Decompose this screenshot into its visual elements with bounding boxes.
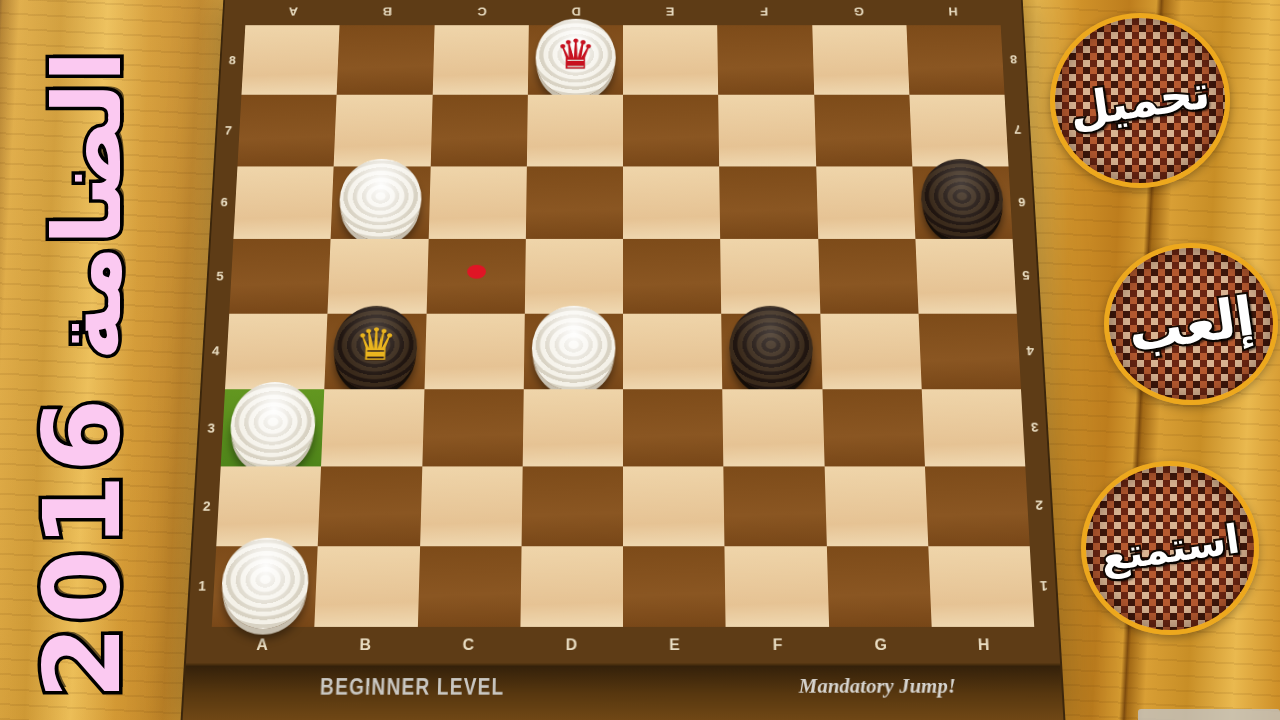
square-h6[interactable]	[912, 166, 1012, 239]
square-g5[interactable]	[818, 239, 919, 313]
square-h3[interactable]	[921, 389, 1025, 467]
king-crown-icon: ♛	[555, 34, 596, 75]
square-a1[interactable]	[212, 546, 318, 627]
file-label-bottom-e: E	[623, 637, 726, 654]
rank-label-right-8: 8	[1001, 25, 1027, 95]
square-d2[interactable]	[521, 467, 623, 546]
square-e7[interactable]	[623, 95, 719, 166]
white-man-a3[interactable]	[228, 382, 317, 469]
board-frame: ABCDEFGH 87654321 ♛♛ 87654321 ABCDEFGH B…	[180, 0, 1066, 720]
square-c3[interactable]	[422, 389, 524, 467]
square-h4[interactable]	[918, 313, 1021, 389]
square-e3[interactable]	[623, 389, 724, 467]
square-b6[interactable]	[331, 166, 430, 239]
download-button[interactable]: تحميل	[1050, 13, 1230, 188]
square-c2[interactable]	[420, 467, 523, 546]
download-button-label: تحميل	[1066, 64, 1213, 137]
square-f8[interactable]	[717, 25, 813, 95]
file-label-bottom-g: G	[829, 637, 933, 654]
checkers-board-3d: ABCDEFGH 87654321 ♛♛ 87654321 ABCDEFGH B…	[180, 0, 1066, 720]
app-title-arabic: الضامة	[10, 31, 165, 381]
square-h5[interactable]	[915, 239, 1017, 313]
file-label-top-f: F	[717, 5, 811, 18]
mandatory-jump-label: Mandatory Jump!	[798, 674, 956, 698]
square-f5[interactable]	[720, 239, 819, 313]
file-label-bottom-d: D	[520, 637, 623, 654]
file-label-bottom-h: H	[932, 637, 1036, 654]
file-labels-top: ABCDEFGH	[224, 0, 1023, 25]
black-king-b4[interactable]: ♛	[332, 306, 418, 391]
play-button-label: إلعب	[1124, 284, 1258, 364]
square-a2[interactable]	[216, 467, 321, 546]
file-label-top-e: E	[623, 5, 717, 18]
square-a6[interactable]	[233, 166, 333, 239]
square-a8[interactable]	[241, 25, 339, 95]
white-man-a1[interactable]	[220, 538, 311, 629]
square-h8[interactable]	[906, 25, 1004, 95]
black-man-f4[interactable]	[729, 306, 814, 391]
square-f4[interactable]	[721, 313, 822, 389]
square-d7[interactable]	[527, 95, 623, 166]
play-button[interactable]: إلعب	[1104, 243, 1278, 405]
rank-label-right-1: 1	[1030, 546, 1058, 627]
square-d5[interactable]	[525, 239, 623, 313]
board-grid: ♛♛	[212, 25, 1034, 627]
enjoy-button-label: استمتع	[1098, 515, 1243, 580]
rank-label-right-7: 7	[1005, 95, 1031, 166]
board-front-face: BEGINNER LEVEL Mandatory Jump!	[182, 664, 1064, 720]
square-c5[interactable]	[426, 239, 525, 313]
file-label-top-h: H	[905, 5, 1000, 18]
square-h7[interactable]	[909, 95, 1008, 166]
square-e5[interactable]	[623, 239, 721, 313]
enjoy-button[interactable]: استمتع	[1081, 461, 1259, 635]
square-g1[interactable]	[826, 546, 931, 627]
square-f6[interactable]	[719, 166, 817, 239]
file-label-top-g: G	[811, 5, 906, 18]
square-d1[interactable]	[520, 546, 623, 627]
square-e4[interactable]	[623, 313, 722, 389]
game-screen: الضامة 2016 ABCDEFGH 87654321 ♛♛ 8765432…	[0, 0, 1280, 720]
file-label-bottom-a: A	[210, 637, 314, 654]
file-label-bottom-c: C	[417, 637, 520, 654]
file-label-bottom-f: F	[726, 637, 829, 654]
square-g6[interactable]	[816, 166, 915, 239]
square-e2[interactable]	[623, 467, 725, 546]
square-g3[interactable]	[822, 389, 925, 467]
square-b4[interactable]: ♛	[325, 313, 427, 389]
square-b8[interactable]	[337, 25, 434, 95]
rank-label-right-4: 4	[1017, 313, 1044, 389]
overlay-chip	[1138, 709, 1280, 720]
square-g2[interactable]	[824, 467, 928, 546]
square-g7[interactable]	[814, 95, 912, 166]
square-g4[interactable]	[820, 313, 922, 389]
square-c4[interactable]	[424, 313, 525, 389]
app-title-year: 2016	[12, 380, 152, 716]
square-c6[interactable]	[428, 166, 526, 239]
rank-label-right-2: 2	[1025, 467, 1053, 546]
square-f2[interactable]	[724, 467, 827, 546]
square-e1[interactable]	[623, 546, 726, 627]
rank-label-right-6: 6	[1009, 166, 1035, 239]
square-b7[interactable]	[334, 95, 432, 166]
square-b3[interactable]	[321, 389, 424, 467]
square-f3[interactable]	[722, 389, 824, 467]
square-h1[interactable]	[928, 546, 1034, 627]
square-a4[interactable]	[225, 313, 328, 389]
black-man-h6[interactable]	[919, 159, 1005, 241]
square-c7[interactable]	[430, 95, 527, 166]
file-label-top-d: D	[529, 5, 623, 18]
square-d8[interactable]: ♛	[528, 25, 623, 95]
file-label-top-b: B	[340, 5, 435, 18]
square-c1[interactable]	[417, 546, 521, 627]
square-b5[interactable]	[328, 239, 429, 313]
square-f1[interactable]	[725, 546, 829, 627]
square-b2[interactable]	[318, 467, 422, 546]
square-d3[interactable]	[522, 389, 623, 467]
square-a7[interactable]	[237, 95, 336, 166]
file-labels-bottom: ABCDEFGH	[186, 627, 1060, 664]
file-label-top-c: C	[434, 5, 528, 18]
square-c8[interactable]	[432, 25, 528, 95]
file-label-bottom-b: B	[313, 637, 417, 654]
level-label: BEGINNER LEVEL	[320, 673, 505, 700]
white-king-d8[interactable]: ♛	[535, 19, 616, 97]
square-d4[interactable]	[524, 313, 623, 389]
square-g8[interactable]	[812, 25, 909, 95]
rank-label-right-5: 5	[1013, 239, 1040, 313]
square-f7[interactable]	[718, 95, 815, 166]
king-crown-icon: ♛	[354, 323, 398, 367]
file-label-top-a: A	[246, 5, 341, 18]
square-h2[interactable]	[925, 467, 1030, 546]
square-a5[interactable]	[229, 239, 331, 313]
square-e6[interactable]	[623, 166, 720, 239]
white-man-d4[interactable]	[531, 306, 615, 391]
white-man-b6[interactable]	[338, 159, 423, 241]
square-b1[interactable]	[315, 546, 420, 627]
square-a3[interactable]	[221, 389, 325, 467]
move-target-dot[interactable]	[467, 265, 486, 279]
square-d6[interactable]	[526, 166, 623, 239]
rank-label-right-3: 3	[1021, 389, 1048, 467]
square-e8[interactable]	[623, 25, 718, 95]
